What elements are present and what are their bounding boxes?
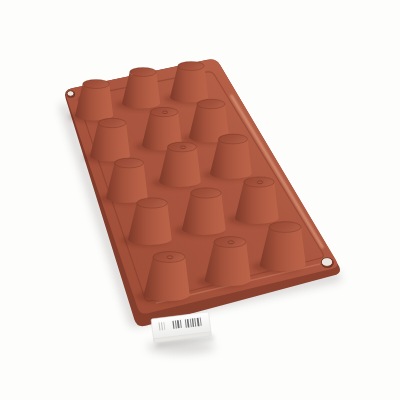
cone-top-face [130, 68, 157, 77]
vent-dimple [257, 181, 263, 184]
cone-top-face [114, 158, 143, 168]
cone-top-face [269, 222, 301, 233]
vent-dimple [167, 256, 173, 259]
hang-hole [67, 91, 75, 98]
hang-hole [321, 258, 334, 268]
cone-top-face [137, 198, 168, 208]
cone-top-face [197, 99, 225, 108]
cone-top-face [218, 134, 247, 144]
mould-scene [0, 0, 400, 400]
vent-dimple [180, 146, 185, 149]
cone-top-face [191, 188, 222, 198]
vent-dimple [228, 241, 234, 244]
cone-top-face [98, 118, 126, 127]
product-photo [0, 0, 400, 400]
cone-top-face [83, 80, 110, 89]
vent-dimple [162, 111, 167, 114]
cone-top-face [178, 62, 205, 71]
